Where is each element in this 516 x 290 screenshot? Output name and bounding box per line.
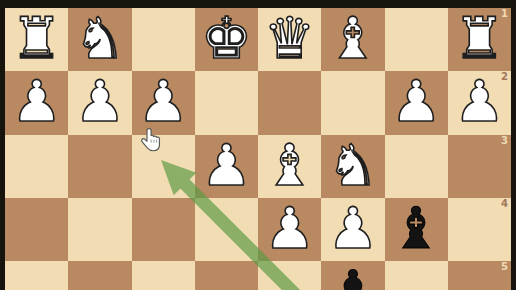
square-g5[interactable] bbox=[68, 261, 131, 290]
square-g2[interactable]: ♟ bbox=[68, 71, 131, 134]
square-a2[interactable]: ♟2 bbox=[448, 71, 511, 134]
piece-white-knight[interactable]: ♞ bbox=[327, 137, 378, 194]
square-e3[interactable]: ♟ bbox=[195, 135, 258, 198]
square-h1[interactable]: ♜ bbox=[5, 8, 68, 71]
square-a1[interactable]: ♜1 bbox=[448, 8, 511, 71]
square-e4[interactable] bbox=[195, 198, 258, 261]
piece-white-pawn[interactable]: ♟ bbox=[74, 73, 125, 130]
square-b4[interactable]: ♝ bbox=[385, 198, 448, 261]
square-f3[interactable] bbox=[132, 135, 195, 198]
rank-label-3: 3 bbox=[501, 136, 508, 146]
piece-white-pawn[interactable]: ♟ bbox=[11, 73, 62, 130]
square-d1[interactable]: ♛ bbox=[258, 8, 321, 71]
piece-white-rook[interactable]: ♜ bbox=[454, 10, 505, 67]
rank-label-5: 5 bbox=[501, 262, 508, 272]
square-h5[interactable] bbox=[5, 261, 68, 290]
square-a4[interactable]: 4 bbox=[448, 198, 511, 261]
square-g4[interactable] bbox=[68, 198, 131, 261]
square-b1[interactable] bbox=[385, 8, 448, 71]
square-c2[interactable] bbox=[321, 71, 384, 134]
piece-white-bishop[interactable]: ♝ bbox=[264, 137, 315, 194]
piece-white-queen[interactable]: ♛ bbox=[264, 10, 315, 67]
square-e2[interactable] bbox=[195, 71, 258, 134]
piece-white-pawn[interactable]: ♟ bbox=[327, 200, 378, 257]
square-h3[interactable] bbox=[5, 135, 68, 198]
square-h4[interactable] bbox=[5, 198, 68, 261]
square-g3[interactable] bbox=[68, 135, 131, 198]
piece-white-pawn[interactable]: ♟ bbox=[454, 73, 505, 130]
square-a5[interactable]: 5 bbox=[448, 261, 511, 290]
piece-white-king[interactable]: ♚ bbox=[201, 10, 252, 67]
piece-white-pawn[interactable]: ♟ bbox=[264, 200, 315, 257]
piece-white-bishop[interactable]: ♝ bbox=[327, 10, 378, 67]
piece-white-knight[interactable]: ♞ bbox=[74, 10, 125, 67]
square-f2[interactable]: ♟ bbox=[132, 71, 195, 134]
square-g1[interactable]: ♞ bbox=[68, 8, 131, 71]
square-c5[interactable]: ♟ bbox=[321, 261, 384, 290]
piece-white-rook[interactable]: ♜ bbox=[11, 10, 62, 67]
square-d3[interactable]: ♝ bbox=[258, 135, 321, 198]
rank-label-2: 2 bbox=[501, 72, 508, 82]
piece-black-pawn[interactable]: ♟ bbox=[327, 263, 378, 290]
square-c3[interactable]: ♞ bbox=[321, 135, 384, 198]
chess-board[interactable]: ♜♞♚♛♝♜1♟♟♟♟♟2♟♝♞3♟♟♝4♟5 bbox=[5, 8, 511, 290]
square-f4[interactable] bbox=[132, 198, 195, 261]
square-d5[interactable] bbox=[258, 261, 321, 290]
piece-white-pawn[interactable]: ♟ bbox=[138, 73, 189, 130]
square-e1[interactable]: ♚ bbox=[195, 8, 258, 71]
square-d2[interactable] bbox=[258, 71, 321, 134]
piece-black-bishop[interactable]: ♝ bbox=[391, 200, 442, 257]
square-f5[interactable] bbox=[132, 261, 195, 290]
piece-white-pawn[interactable]: ♟ bbox=[391, 73, 442, 130]
rank-label-4: 4 bbox=[501, 199, 508, 209]
square-c4[interactable]: ♟ bbox=[321, 198, 384, 261]
square-h2[interactable]: ♟ bbox=[5, 71, 68, 134]
square-b3[interactable] bbox=[385, 135, 448, 198]
chess-app-window: ♜♞♚♛♝♜1♟♟♟♟♟2♟♝♞3♟♟♝4♟5 bbox=[0, 0, 516, 290]
square-b2[interactable]: ♟ bbox=[385, 71, 448, 134]
square-d4[interactable]: ♟ bbox=[258, 198, 321, 261]
square-f1[interactable] bbox=[132, 8, 195, 71]
piece-white-pawn[interactable]: ♟ bbox=[201, 137, 252, 194]
square-b5[interactable] bbox=[385, 261, 448, 290]
rank-label-1: 1 bbox=[501, 9, 508, 19]
square-e5[interactable] bbox=[195, 261, 258, 290]
square-c1[interactable]: ♝ bbox=[321, 8, 384, 71]
square-a3[interactable]: 3 bbox=[448, 135, 511, 198]
